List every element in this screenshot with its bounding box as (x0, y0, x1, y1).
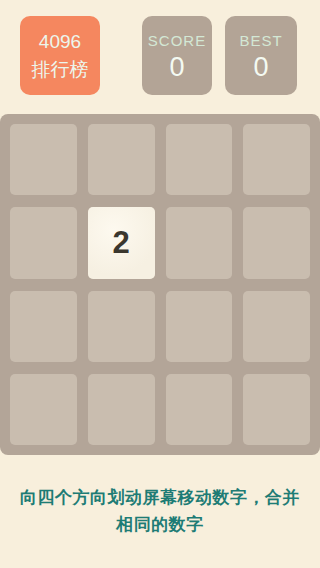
best-box: BEST 0 (225, 16, 297, 95)
leaderboard-label: 排行榜 (32, 56, 89, 84)
board-cell-r4c1 (10, 374, 77, 445)
header: 4096 排行榜 SCORE 0 BEST 0 (0, 0, 320, 95)
board-cell-r4c2 (88, 374, 155, 445)
leaderboard-button[interactable]: 4096 排行榜 (20, 16, 100, 95)
best-value: 0 (253, 51, 268, 83)
board-cell-r2c2: 2 (88, 207, 155, 278)
board-cell-r2c4 (243, 207, 310, 278)
board-cell-r3c4 (243, 291, 310, 362)
board-cell-r1c3 (166, 124, 233, 195)
score-value: 0 (169, 51, 184, 83)
app-screen: 4096 排行榜 SCORE 0 BEST 0 2 向四个方向划动屏幕移动数字，… (0, 0, 320, 538)
board-cell-r2c3 (166, 207, 233, 278)
board-cell-r1c4 (243, 124, 310, 195)
instructions-line1: 向四个方向划动屏幕移动数字，合并 (20, 488, 300, 507)
score-label: SCORE (148, 31, 206, 51)
game-board[interactable]: 2 (0, 114, 320, 455)
board-cell-r3c2 (88, 291, 155, 362)
best-label: BEST (239, 31, 282, 51)
board-cell-r3c3 (166, 291, 233, 362)
board-cell-r1c1 (10, 124, 77, 195)
game-title: 4096 (39, 28, 81, 56)
instructions-line2: 相同的数字 (116, 515, 204, 534)
board-cell-r1c2 (88, 124, 155, 195)
instructions: 向四个方向划动屏幕移动数字，合并 相同的数字 (8, 484, 312, 538)
board-cell-r4c4 (243, 374, 310, 445)
tile-2: 2 (88, 207, 155, 278)
board-cell-r2c1 (10, 207, 77, 278)
board-cell-r4c3 (166, 374, 233, 445)
score-box: SCORE 0 (142, 16, 212, 95)
board-cell-r3c1 (10, 291, 77, 362)
